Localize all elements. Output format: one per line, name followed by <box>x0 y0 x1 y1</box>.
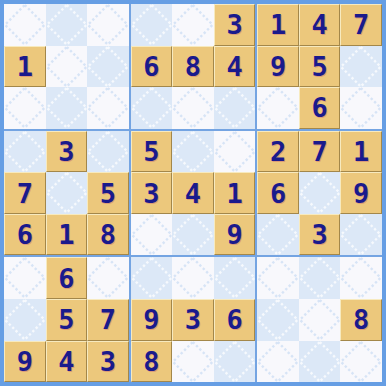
box-1: 1 <box>4 4 129 129</box>
diamond-pattern-icon <box>87 131 129 173</box>
diamond-pattern-icon <box>172 131 214 173</box>
empty-cell-r4c3[interactable] <box>87 131 129 173</box>
diamond-pattern-icon <box>87 87 129 129</box>
given-cell-r2c1: 1 <box>4 46 46 88</box>
diamond-pattern-icon <box>4 257 46 299</box>
given-digit: 1 <box>353 138 369 165</box>
diamond-pattern-icon <box>214 341 256 383</box>
given-cell-r2c4: 6 <box>131 46 173 88</box>
given-digit: 9 <box>270 53 286 80</box>
diamond-pattern-icon <box>299 257 341 299</box>
given-digit: 3 <box>143 180 159 207</box>
box-3: 147956 <box>257 4 382 129</box>
given-digit: 7 <box>17 180 33 207</box>
given-cell-r4c4: 5 <box>131 131 173 173</box>
given-digit: 6 <box>226 306 242 333</box>
empty-cell-r9c8[interactable] <box>299 341 341 383</box>
given-cell-r8c6: 6 <box>214 299 256 341</box>
given-cell-r9c2: 4 <box>46 341 88 383</box>
empty-cell-r7c4[interactable] <box>131 257 173 299</box>
diamond-pattern-icon <box>46 4 88 46</box>
given-digit: 4 <box>226 53 242 80</box>
empty-cell-r6c9[interactable] <box>340 214 382 256</box>
given-cell-r9c4: 8 <box>131 341 173 383</box>
empty-cell-r3c6[interactable] <box>214 87 256 129</box>
given-cell-r2c7: 9 <box>257 46 299 88</box>
given-digit: 1 <box>58 221 74 248</box>
empty-cell-r7c5[interactable] <box>172 257 214 299</box>
empty-cell-r9c9[interactable] <box>340 341 382 383</box>
empty-cell-r4c5[interactable] <box>172 131 214 173</box>
given-cell-r8c3: 7 <box>87 299 129 341</box>
given-cell-r2c8: 5 <box>299 46 341 88</box>
empty-cell-r1c3[interactable] <box>87 4 129 46</box>
diamond-pattern-icon <box>46 46 88 88</box>
empty-cell-r7c8[interactable] <box>299 257 341 299</box>
diamond-pattern-icon <box>4 87 46 129</box>
diamond-pattern-icon <box>299 341 341 383</box>
empty-cell-r5c2[interactable] <box>46 172 88 214</box>
box-9: 8 <box>257 257 382 382</box>
empty-cell-r4c6[interactable] <box>214 131 256 173</box>
diamond-pattern-icon <box>172 214 214 256</box>
given-cell-r5c3: 5 <box>87 172 129 214</box>
diamond-pattern-icon <box>257 214 299 256</box>
given-cell-r6c3: 8 <box>87 214 129 256</box>
given-digit: 5 <box>58 306 74 333</box>
empty-cell-r1c2[interactable] <box>46 4 88 46</box>
given-cell-r3c8: 6 <box>299 87 341 129</box>
empty-cell-r6c4[interactable] <box>131 214 173 256</box>
given-cell-r9c3: 3 <box>87 341 129 383</box>
given-cell-r1c7: 1 <box>257 4 299 46</box>
given-cell-r8c2: 5 <box>46 299 88 341</box>
empty-cell-r3c2[interactable] <box>46 87 88 129</box>
empty-cell-r3c9[interactable] <box>340 87 382 129</box>
empty-cell-r9c6[interactable] <box>214 341 256 383</box>
given-digit: 4 <box>185 180 201 207</box>
given-cell-r4c9: 1 <box>340 131 382 173</box>
diamond-pattern-icon <box>4 131 46 173</box>
given-digit: 3 <box>58 138 74 165</box>
empty-cell-r8c8[interactable] <box>299 299 341 341</box>
given-digit: 8 <box>185 53 201 80</box>
empty-cell-r8c7[interactable] <box>257 299 299 341</box>
given-cell-r5c6: 1 <box>214 172 256 214</box>
empty-cell-r9c5[interactable] <box>172 341 214 383</box>
diamond-pattern-icon <box>257 341 299 383</box>
diamond-pattern-icon <box>131 214 173 256</box>
given-digit: 7 <box>100 306 116 333</box>
empty-cell-r3c3[interactable] <box>87 87 129 129</box>
empty-cell-r3c4[interactable] <box>131 87 173 129</box>
given-cell-r5c4: 3 <box>131 172 173 214</box>
empty-cell-r9c7[interactable] <box>257 341 299 383</box>
empty-cell-r2c3[interactable] <box>87 46 129 88</box>
diamond-pattern-icon <box>87 4 129 46</box>
diamond-pattern-icon <box>131 257 173 299</box>
diamond-pattern-icon <box>87 46 129 88</box>
diamond-pattern-icon <box>131 4 173 46</box>
box-4: 375618 <box>4 131 129 256</box>
empty-cell-r1c1[interactable] <box>4 4 46 46</box>
empty-cell-r1c4[interactable] <box>131 4 173 46</box>
given-digit: 5 <box>100 180 116 207</box>
empty-cell-r4c1[interactable] <box>4 131 46 173</box>
given-cell-r2c5: 8 <box>172 46 214 88</box>
given-digit: 5 <box>312 53 328 80</box>
given-digit: 6 <box>270 180 286 207</box>
given-cell-r8c4: 9 <box>131 299 173 341</box>
diamond-pattern-icon <box>131 87 173 129</box>
diamond-pattern-icon <box>46 87 88 129</box>
diamond-pattern-icon <box>299 299 341 341</box>
diamond-pattern-icon <box>46 172 88 214</box>
diamond-pattern-icon <box>214 131 256 173</box>
empty-cell-r6c7[interactable] <box>257 214 299 256</box>
empty-cell-r7c6[interactable] <box>214 257 256 299</box>
given-cell-r5c1: 7 <box>4 172 46 214</box>
given-digit: 3 <box>100 348 116 375</box>
given-digit: 8 <box>100 221 116 248</box>
given-cell-r4c7: 2 <box>257 131 299 173</box>
given-cell-r1c6: 3 <box>214 4 256 46</box>
box-8: 9368 <box>131 257 256 382</box>
given-digit: 6 <box>312 94 328 121</box>
diamond-pattern-icon <box>172 87 214 129</box>
given-digit: 8 <box>353 306 369 333</box>
given-cell-r7c2: 6 <box>46 257 88 299</box>
given-cell-r8c9: 8 <box>340 299 382 341</box>
diamond-pattern-icon <box>172 4 214 46</box>
given-cell-r6c6: 9 <box>214 214 256 256</box>
empty-cell-r3c1[interactable] <box>4 87 46 129</box>
given-digit: 1 <box>226 180 242 207</box>
diamond-pattern-icon <box>257 299 299 341</box>
given-cell-r1c9: 7 <box>340 4 382 46</box>
box-2: 3684 <box>131 4 256 129</box>
given-digit: 3 <box>185 306 201 333</box>
given-digit: 9 <box>17 348 33 375</box>
diamond-pattern-icon <box>340 257 382 299</box>
given-digit: 9 <box>353 180 369 207</box>
given-digit: 7 <box>353 11 369 38</box>
empty-cell-r6c5[interactable] <box>172 214 214 256</box>
empty-cell-r8c1[interactable] <box>4 299 46 341</box>
box-5: 53419 <box>131 131 256 256</box>
given-digit: 3 <box>312 221 328 248</box>
empty-cell-r7c3[interactable] <box>87 257 129 299</box>
given-cell-r8c5: 3 <box>172 299 214 341</box>
diamond-pattern-icon <box>87 257 129 299</box>
empty-cell-r1c5[interactable] <box>172 4 214 46</box>
given-cell-r6c2: 1 <box>46 214 88 256</box>
given-digit: 3 <box>226 11 242 38</box>
given-cell-r1c8: 4 <box>299 4 341 46</box>
given-digit: 6 <box>143 53 159 80</box>
diamond-pattern-icon <box>340 87 382 129</box>
sudoku-board: 136841479563756185341927169365794393688 <box>0 0 386 386</box>
empty-cell-r7c9[interactable] <box>340 257 382 299</box>
box-7: 657943 <box>4 257 129 382</box>
diamond-pattern-icon <box>340 46 382 88</box>
given-digit: 9 <box>143 306 159 333</box>
diamond-pattern-icon <box>4 4 46 46</box>
diamond-pattern-icon <box>340 341 382 383</box>
diamond-pattern-icon <box>257 257 299 299</box>
empty-cell-r5c8[interactable] <box>299 172 341 214</box>
given-cell-r4c8: 7 <box>299 131 341 173</box>
given-digit: 2 <box>270 138 286 165</box>
given-digit: 4 <box>312 11 328 38</box>
given-cell-r6c8: 3 <box>299 214 341 256</box>
empty-cell-r7c7[interactable] <box>257 257 299 299</box>
given-cell-r6c1: 6 <box>4 214 46 256</box>
empty-cell-r3c7[interactable] <box>257 87 299 129</box>
box-6: 271693 <box>257 131 382 256</box>
given-digit: 6 <box>17 221 33 248</box>
given-digit: 1 <box>17 53 33 80</box>
given-cell-r9c1: 9 <box>4 341 46 383</box>
given-digit: 4 <box>58 348 74 375</box>
given-digit: 5 <box>143 138 159 165</box>
given-cell-r5c9: 9 <box>340 172 382 214</box>
given-digit: 9 <box>226 221 242 248</box>
empty-cell-r3c5[interactable] <box>172 87 214 129</box>
given-digit: 8 <box>143 348 159 375</box>
diamond-pattern-icon <box>299 172 341 214</box>
given-cell-r4c2: 3 <box>46 131 88 173</box>
empty-cell-r7c1[interactable] <box>4 257 46 299</box>
diamond-pattern-icon <box>214 257 256 299</box>
diamond-pattern-icon <box>340 214 382 256</box>
given-cell-r5c7: 6 <box>257 172 299 214</box>
empty-cell-r2c9[interactable] <box>340 46 382 88</box>
diamond-pattern-icon <box>214 87 256 129</box>
given-digit: 1 <box>270 11 286 38</box>
given-digit: 6 <box>58 265 74 292</box>
diamond-pattern-icon <box>257 87 299 129</box>
given-cell-r5c5: 4 <box>172 172 214 214</box>
diamond-pattern-icon <box>172 257 214 299</box>
diamond-pattern-icon <box>172 341 214 383</box>
diamond-pattern-icon <box>4 299 46 341</box>
given-digit: 7 <box>312 138 328 165</box>
given-cell-r2c6: 4 <box>214 46 256 88</box>
empty-cell-r2c2[interactable] <box>46 46 88 88</box>
